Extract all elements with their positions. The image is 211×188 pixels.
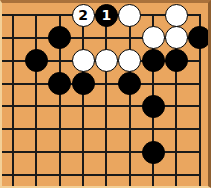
black-stone[interactable] <box>48 72 71 95</box>
grid-hline <box>2 128 201 130</box>
grid-hline <box>2 83 201 85</box>
black-stone[interactable] <box>48 26 71 49</box>
white-stone[interactable] <box>118 4 141 27</box>
black-stone[interactable] <box>142 141 165 164</box>
white-stone[interactable] <box>118 49 141 72</box>
grid-hline <box>2 151 201 153</box>
black-stone[interactable] <box>72 72 95 95</box>
white-stone[interactable] <box>165 4 188 27</box>
move-1-black-stone[interactable]: 1 <box>95 4 118 27</box>
white-stone[interactable] <box>165 26 188 49</box>
black-stone[interactable] <box>118 72 141 95</box>
black-stone[interactable] <box>142 95 165 118</box>
grid-hline <box>2 105 201 107</box>
white-stone[interactable] <box>72 49 95 72</box>
grid-vline <box>129 14 131 186</box>
move-number-label: 2 <box>78 8 88 22</box>
grid-vline <box>35 14 37 186</box>
grid-vline <box>105 14 107 186</box>
white-stone[interactable] <box>95 49 118 72</box>
black-stone[interactable] <box>142 49 165 72</box>
black-stone[interactable] <box>25 49 48 72</box>
grid-vline <box>12 14 14 186</box>
white-stone[interactable] <box>142 26 165 49</box>
go-diagram-frame: 21 <box>0 0 211 188</box>
move-number-label: 1 <box>102 8 112 22</box>
go-board[interactable]: 21 <box>2 3 208 186</box>
black-stone[interactable] <box>165 49 188 72</box>
grid-hline <box>2 174 201 176</box>
grid-vline <box>82 14 84 186</box>
black-stone[interactable] <box>188 26 211 49</box>
move-2-white-stone[interactable]: 2 <box>72 4 95 27</box>
